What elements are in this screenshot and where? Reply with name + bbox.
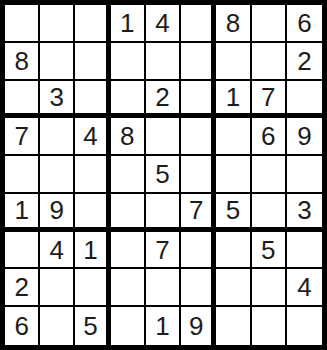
cell-r9c3-given[interactable]: 5 [75, 307, 110, 345]
cell-r5c5-given[interactable]: 5 [146, 156, 181, 194]
cell-r9c7-empty[interactable] [216, 307, 251, 345]
cell-r6c4-empty[interactable] [111, 194, 146, 232]
cell-r7c8-given[interactable]: 5 [252, 232, 287, 270]
cell-r9c5-given[interactable]: 1 [146, 307, 181, 345]
cell-r4c1-given[interactable]: 7 [5, 118, 40, 156]
cell-r2c4-empty[interactable] [111, 43, 146, 81]
cell-r2c1-given[interactable]: 8 [5, 43, 40, 81]
cell-r5c3-empty[interactable] [75, 156, 110, 194]
cell-r2c7-empty[interactable] [216, 43, 251, 81]
cell-r5c9-empty[interactable] [287, 156, 322, 194]
cell-r4c8-given[interactable]: 6 [252, 118, 287, 156]
cell-r3c2-given[interactable]: 3 [40, 81, 75, 119]
cell-r6c3-empty[interactable] [75, 194, 110, 232]
cell-r8c9-given[interactable]: 4 [287, 269, 322, 307]
cell-r3c6-empty[interactable] [181, 81, 216, 119]
cell-r1c5-given[interactable]: 4 [146, 5, 181, 43]
cell-r1c6-empty[interactable] [181, 5, 216, 43]
cell-r8c5-empty[interactable] [146, 269, 181, 307]
cell-r2c9-given[interactable]: 2 [287, 43, 322, 81]
cell-r6c2-given[interactable]: 9 [40, 194, 75, 232]
cell-r8c1-given[interactable]: 2 [5, 269, 40, 307]
cell-r8c3-empty[interactable] [75, 269, 110, 307]
cell-r7c1-empty[interactable] [5, 232, 40, 270]
cell-r6c8-empty[interactable] [252, 194, 287, 232]
cell-r3c7-given[interactable]: 1 [216, 81, 251, 119]
cell-r7c5-given[interactable]: 7 [146, 232, 181, 270]
cell-r8c7-empty[interactable] [216, 269, 251, 307]
cell-r1c9-given[interactable]: 6 [287, 5, 322, 43]
cell-r1c1-empty[interactable] [5, 5, 40, 43]
cell-r1c7-given[interactable]: 8 [216, 5, 251, 43]
cell-r9c6-given[interactable]: 9 [181, 307, 216, 345]
cell-r6c6-given[interactable]: 7 [181, 194, 216, 232]
cell-r7c6-empty[interactable] [181, 232, 216, 270]
cell-r9c8-empty[interactable] [252, 307, 287, 345]
cell-r2c8-empty[interactable] [252, 43, 287, 81]
cell-r5c7-empty[interactable] [216, 156, 251, 194]
cell-r5c1-empty[interactable] [5, 156, 40, 194]
cell-r3c3-empty[interactable] [75, 81, 110, 119]
cell-r2c5-empty[interactable] [146, 43, 181, 81]
cell-r5c4-empty[interactable] [111, 156, 146, 194]
cell-r7c9-empty[interactable] [287, 232, 322, 270]
cell-r1c4-given[interactable]: 1 [111, 5, 146, 43]
cell-r8c6-empty[interactable] [181, 269, 216, 307]
sudoku-board: 1486823217748695197534175246519 [0, 0, 327, 350]
cell-r4c3-given[interactable]: 4 [75, 118, 110, 156]
cell-r9c2-empty[interactable] [40, 307, 75, 345]
cell-r9c9-empty[interactable] [287, 307, 322, 345]
cell-r6c9-given[interactable]: 3 [287, 194, 322, 232]
cell-r9c1-given[interactable]: 6 [5, 307, 40, 345]
cell-r7c4-empty[interactable] [111, 232, 146, 270]
cell-r2c6-empty[interactable] [181, 43, 216, 81]
cell-r1c2-empty[interactable] [40, 5, 75, 43]
cell-r4c6-empty[interactable] [181, 118, 216, 156]
cell-r3c4-empty[interactable] [111, 81, 146, 119]
cell-r3c5-given[interactable]: 2 [146, 81, 181, 119]
cell-r4c2-empty[interactable] [40, 118, 75, 156]
cell-r7c7-empty[interactable] [216, 232, 251, 270]
cell-r8c4-empty[interactable] [111, 269, 146, 307]
cell-r8c8-empty[interactable] [252, 269, 287, 307]
cell-r9c4-empty[interactable] [111, 307, 146, 345]
cell-r7c3-given[interactable]: 1 [75, 232, 110, 270]
cell-r3c1-empty[interactable] [5, 81, 40, 119]
cell-r2c2-empty[interactable] [40, 43, 75, 81]
cell-r6c5-empty[interactable] [146, 194, 181, 232]
cell-r6c7-given[interactable]: 5 [216, 194, 251, 232]
cell-r4c9-given[interactable]: 9 [287, 118, 322, 156]
cell-r1c3-empty[interactable] [75, 5, 110, 43]
cell-r5c2-empty[interactable] [40, 156, 75, 194]
cell-r5c6-empty[interactable] [181, 156, 216, 194]
cell-r6c1-given[interactable]: 1 [5, 194, 40, 232]
cell-r2c3-empty[interactable] [75, 43, 110, 81]
cell-r7c2-given[interactable]: 4 [40, 232, 75, 270]
cell-r5c8-empty[interactable] [252, 156, 287, 194]
cell-r8c2-empty[interactable] [40, 269, 75, 307]
cell-r3c9-empty[interactable] [287, 81, 322, 119]
cell-r4c5-empty[interactable] [146, 118, 181, 156]
cell-r4c7-empty[interactable] [216, 118, 251, 156]
cell-r1c8-empty[interactable] [252, 5, 287, 43]
cell-r3c8-given[interactable]: 7 [252, 81, 287, 119]
cell-r4c4-given[interactable]: 8 [111, 118, 146, 156]
